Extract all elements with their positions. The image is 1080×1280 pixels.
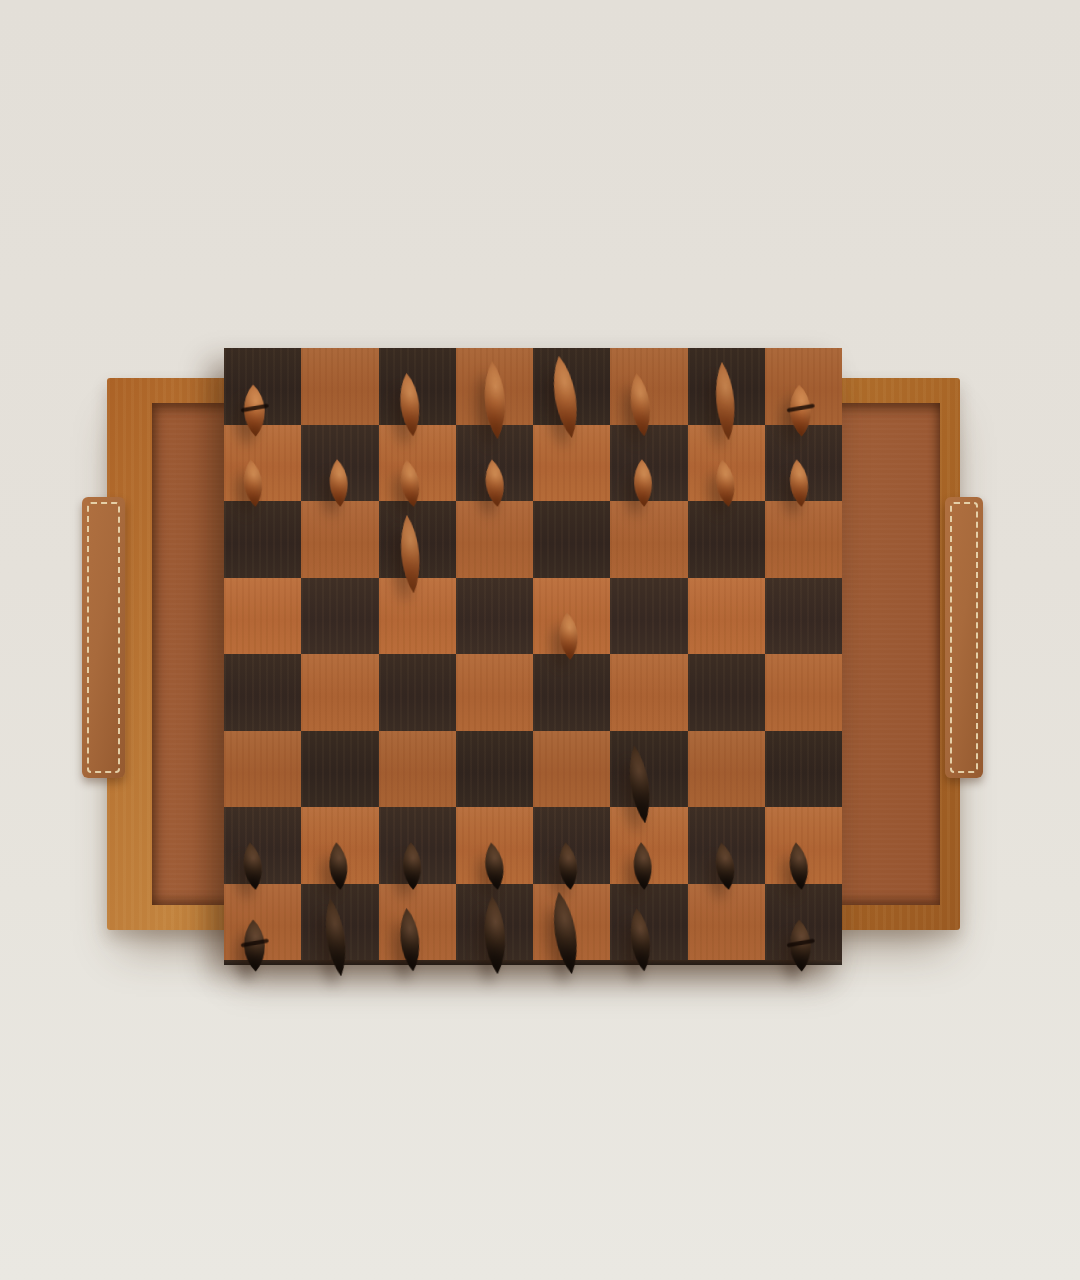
square-b6[interactable] xyxy=(301,501,378,578)
square-d4[interactable] xyxy=(456,654,533,731)
queen-leaf-body xyxy=(471,361,519,439)
piece-tan-queen-d8[interactable] xyxy=(468,359,521,440)
square-h3[interactable] xyxy=(765,731,842,808)
square-h4[interactable] xyxy=(765,654,842,731)
square-c3[interactable] xyxy=(379,731,456,808)
piece-espresso-pawn-c2[interactable] xyxy=(390,841,435,891)
knight-leaf-body xyxy=(389,515,431,593)
tray-handle-right xyxy=(945,497,983,778)
square-a5[interactable] xyxy=(224,578,301,655)
pawn-leaf-body xyxy=(704,460,746,507)
pawn-leaf-body xyxy=(548,842,590,889)
piece-tan-rook-a8[interactable] xyxy=(228,383,280,437)
square-e3[interactable] xyxy=(533,731,610,808)
piece-espresso-rook-a1[interactable] xyxy=(228,919,280,973)
rook-leaf-body xyxy=(776,385,825,437)
bishop-leaf-body xyxy=(619,909,663,972)
square-b8[interactable] xyxy=(301,348,378,425)
bishop-leaf-body xyxy=(389,909,433,972)
pawn-leaf-body xyxy=(778,842,820,889)
piece-tan-knight-g8[interactable] xyxy=(701,360,750,442)
piece-espresso-pawn-h2[interactable] xyxy=(775,840,823,892)
piece-espresso-bishop-c1[interactable] xyxy=(385,906,435,974)
tray-handle-left xyxy=(82,497,125,778)
square-d3[interactable] xyxy=(456,731,533,808)
product-photo-scene xyxy=(0,0,1080,1280)
pawn-leaf-body xyxy=(704,842,746,889)
handle-stitching-left xyxy=(87,502,120,773)
piece-espresso-pawn-e2[interactable] xyxy=(545,840,592,892)
king-leaf-body xyxy=(541,356,590,438)
piece-tan-bishop-f8[interactable] xyxy=(615,371,666,439)
knight-leaf-body xyxy=(618,745,660,823)
pawn-leaf-body xyxy=(389,460,431,507)
piece-espresso-pawn-b2[interactable] xyxy=(315,840,361,891)
square-d5[interactable] xyxy=(456,578,533,655)
square-h6[interactable] xyxy=(765,501,842,578)
piece-tan-rook-h8[interactable] xyxy=(774,383,826,437)
piece-espresso-pawn-a2[interactable] xyxy=(229,840,277,892)
square-d6[interactable] xyxy=(456,501,533,578)
pawn-leaf-body xyxy=(474,842,516,889)
pawn-leaf-body xyxy=(778,460,820,507)
pawn-leaf-body xyxy=(232,842,274,889)
pawn-leaf-body xyxy=(317,460,359,507)
square-g4[interactable] xyxy=(688,654,765,731)
square-g5[interactable] xyxy=(688,578,765,655)
rook-leaf-body xyxy=(230,385,279,437)
piece-espresso-bishop-f1[interactable] xyxy=(615,906,666,974)
piece-tan-pawn-a7[interactable] xyxy=(230,457,277,509)
square-a4[interactable] xyxy=(224,654,301,731)
piece-tan-pawn-b7[interactable] xyxy=(316,458,362,508)
square-e4[interactable] xyxy=(533,654,610,731)
pawn-leaf-body xyxy=(548,613,590,660)
piece-espresso-pawn-d2[interactable] xyxy=(470,839,519,892)
square-a6[interactable] xyxy=(224,501,301,578)
square-g3[interactable] xyxy=(688,731,765,808)
piece-espresso-queen-d1[interactable] xyxy=(468,895,521,976)
bishop-leaf-body xyxy=(389,373,433,436)
square-b5[interactable] xyxy=(301,578,378,655)
piece-tan-pawn-g7[interactable] xyxy=(701,457,750,510)
square-f4[interactable] xyxy=(610,654,687,731)
piece-tan-pawn-f7[interactable] xyxy=(620,458,665,508)
square-f6[interactable] xyxy=(610,501,687,578)
bishop-leaf-body xyxy=(619,373,663,436)
piece-espresso-rook-h1[interactable] xyxy=(774,919,826,973)
pawn-leaf-body xyxy=(621,842,663,889)
piece-tan-bishop-c8[interactable] xyxy=(385,371,435,439)
square-f5[interactable] xyxy=(610,578,687,655)
piece-tan-pawn-d7[interactable] xyxy=(471,457,519,509)
piece-espresso-pawn-g2[interactable] xyxy=(700,839,749,893)
rook-leaf-body xyxy=(230,920,279,972)
square-g1[interactable] xyxy=(688,884,765,961)
piece-espresso-pawn-f2[interactable] xyxy=(620,841,666,891)
piece-tan-pawn-h7[interactable] xyxy=(776,457,823,509)
square-b3[interactable] xyxy=(301,731,378,808)
handle-stitching-right xyxy=(950,502,978,773)
pawn-leaf-body xyxy=(391,842,433,889)
chess-board xyxy=(224,348,842,960)
square-a3[interactable] xyxy=(224,731,301,808)
piece-tan-pawn-c7[interactable] xyxy=(385,457,434,511)
square-c4[interactable] xyxy=(379,654,456,731)
piece-tan-knight-c6[interactable] xyxy=(386,513,435,595)
knight-leaf-body xyxy=(704,362,746,440)
pawn-leaf-body xyxy=(474,460,516,507)
square-e6[interactable] xyxy=(533,501,610,578)
pawn-leaf-body xyxy=(622,460,664,507)
queen-leaf-body xyxy=(471,896,519,974)
square-h5[interactable] xyxy=(765,578,842,655)
square-b4[interactable] xyxy=(301,654,378,731)
pawn-leaf-body xyxy=(317,842,359,889)
square-g6[interactable] xyxy=(688,501,765,578)
pawn-leaf-body xyxy=(233,460,275,507)
rook-leaf-body xyxy=(776,920,825,972)
king-leaf-body xyxy=(541,892,590,974)
knight-leaf-body xyxy=(314,898,356,976)
piece-tan-pawn-e5[interactable] xyxy=(546,611,592,661)
